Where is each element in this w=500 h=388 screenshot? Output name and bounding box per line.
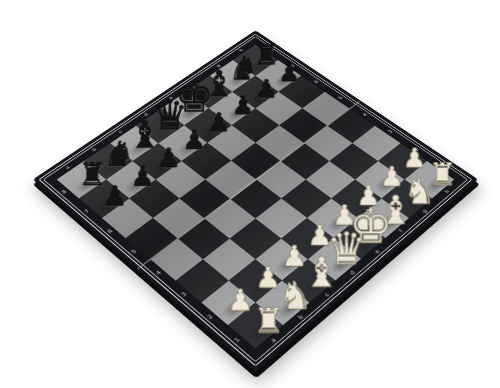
white-pawn[interactable]: ♟ (380, 164, 404, 190)
product-photo-scene: abcdefgh abcdefgh 87654321 87654321 ♜♞♝♛… (0, 0, 500, 388)
white-pawn[interactable]: ♟ (228, 286, 255, 314)
black-pawn[interactable]: ♟ (231, 93, 254, 117)
square-e3[interactable] (281, 180, 331, 219)
black-pawn[interactable]: ♟ (207, 110, 230, 135)
square-d4[interactable] (230, 180, 280, 219)
black-pawn[interactable]: ♟ (182, 127, 206, 152)
white-rook[interactable]: ♜ (253, 305, 284, 338)
black-pawn[interactable]: ♟ (255, 77, 278, 101)
chess-board: ♜♞♝♛♚♝♞♜♟♟♟♟♟♟♟♟♟♟♟♟♟♟♟♟♜♞♝♛♚♝♞♜ (57, 45, 454, 349)
black-pawn[interactable]: ♟ (278, 61, 300, 85)
board-3d-wrapper: abcdefgh abcdefgh 87654321 87654321 ♜♞♝♛… (33, 30, 478, 372)
white-pawn[interactable]: ♟ (403, 145, 427, 170)
black-pawn[interactable]: ♟ (130, 164, 154, 190)
board-frame: abcdefgh abcdefgh 87654321 87654321 ♜♞♝♛… (33, 30, 478, 372)
black-pawn[interactable]: ♟ (103, 183, 128, 209)
black-pawn[interactable]: ♟ (156, 145, 180, 170)
square-f4[interactable] (280, 143, 329, 179)
